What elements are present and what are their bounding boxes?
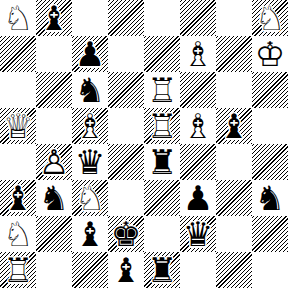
piece-black-bishop[interactable]: ♝♝	[108, 252, 144, 288]
white-rook-glyph: ♖	[0, 252, 36, 288]
square-h6[interactable]	[252, 72, 288, 108]
piece-white-bishop[interactable]: ♝♗	[180, 36, 216, 72]
square-e7[interactable]	[144, 36, 180, 72]
black-pawn-glyph: ♟	[180, 180, 216, 216]
square-a1[interactable]: ♜♖	[0, 252, 36, 288]
square-f8[interactable]	[180, 0, 216, 36]
piece-white-knight[interactable]: ♞♘	[252, 0, 288, 36]
square-h7[interactable]: ♚♔	[252, 36, 288, 72]
square-c6[interactable]: ♞♞	[72, 72, 108, 108]
white-king-glyph: ♔	[252, 36, 288, 72]
piece-white-pawn[interactable]: ♟♙	[36, 144, 72, 180]
square-g7[interactable]	[216, 36, 252, 72]
square-h2[interactable]	[252, 216, 288, 252]
square-c1[interactable]	[72, 252, 108, 288]
piece-black-pawn[interactable]: ♟♟	[180, 180, 216, 216]
square-h5[interactable]	[252, 108, 288, 144]
square-g1[interactable]	[216, 252, 252, 288]
white-rook-glyph: ♖	[144, 72, 180, 108]
chess-board: ♞♘♝♝♞♘♟♟♝♗♚♔♞♞♜♖♛♕♝♗♜♖♝♗♝♝♟♙♛♛♜♜♝♝♞♞♞♘♟♟…	[0, 0, 288, 288]
white-knight-glyph: ♘	[252, 0, 288, 36]
black-pawn-glyph: ♟	[72, 36, 108, 72]
piece-black-pawn[interactable]: ♟♟	[72, 36, 108, 72]
square-f3[interactable]: ♟♟	[180, 180, 216, 216]
piece-black-bishop[interactable]: ♝♝	[36, 0, 72, 36]
square-c5[interactable]: ♝♗	[72, 108, 108, 144]
piece-white-rook[interactable]: ♜♖	[144, 108, 180, 144]
piece-white-knight[interactable]: ♞♘	[0, 0, 36, 36]
square-f6[interactable]	[180, 72, 216, 108]
square-a4[interactable]	[0, 144, 36, 180]
square-d2[interactable]: ♚♚	[108, 216, 144, 252]
piece-white-rook[interactable]: ♜♖	[0, 252, 36, 288]
square-e8[interactable]	[144, 0, 180, 36]
square-d8[interactable]	[108, 0, 144, 36]
piece-black-king[interactable]: ♚♚	[108, 216, 144, 252]
square-b1[interactable]	[36, 252, 72, 288]
black-knight-glyph: ♞	[36, 180, 72, 216]
square-g3[interactable]	[216, 180, 252, 216]
white-bishop-glyph: ♗	[72, 108, 108, 144]
square-a7[interactable]	[0, 36, 36, 72]
square-e1[interactable]: ♜♜	[144, 252, 180, 288]
square-e5[interactable]: ♜♖	[144, 108, 180, 144]
square-e3[interactable]	[144, 180, 180, 216]
piece-white-king[interactable]: ♚♔	[252, 36, 288, 72]
black-queen-glyph: ♛	[72, 144, 108, 180]
square-f2[interactable]: ♛♛	[180, 216, 216, 252]
piece-white-queen[interactable]: ♛♕	[0, 108, 36, 144]
black-knight-glyph: ♞	[72, 72, 108, 108]
square-a6[interactable]	[0, 72, 36, 108]
square-c4[interactable]: ♛♛	[72, 144, 108, 180]
square-e2[interactable]	[144, 216, 180, 252]
square-d3[interactable]	[108, 180, 144, 216]
piece-black-rook[interactable]: ♜♜	[144, 252, 180, 288]
square-c8[interactable]	[72, 0, 108, 36]
square-f5[interactable]: ♝♗	[180, 108, 216, 144]
black-rook-glyph: ♜	[144, 252, 180, 288]
black-king-glyph: ♚	[108, 216, 144, 252]
square-b6[interactable]	[36, 72, 72, 108]
square-d1[interactable]: ♝♝	[108, 252, 144, 288]
piece-black-bishop[interactable]: ♝♝	[216, 108, 252, 144]
chess-diagram: ♞♘♝♝♞♘♟♟♝♗♚♔♞♞♜♖♛♕♝♗♜♖♝♗♝♝♟♙♛♛♜♜♝♝♞♞♞♘♟♟…	[0, 0, 288, 288]
white-knight-glyph: ♘	[0, 216, 36, 252]
square-b7[interactable]	[36, 36, 72, 72]
square-b3[interactable]: ♞♞	[36, 180, 72, 216]
piece-black-knight[interactable]: ♞♞	[36, 180, 72, 216]
piece-black-bishop[interactable]: ♝♝	[72, 216, 108, 252]
white-knight-glyph: ♘	[72, 180, 108, 216]
square-g5[interactable]: ♝♝	[216, 108, 252, 144]
square-h1[interactable]	[252, 252, 288, 288]
square-g2[interactable]	[216, 216, 252, 252]
piece-white-bishop[interactable]: ♝♗	[72, 108, 108, 144]
white-bishop-glyph: ♗	[180, 36, 216, 72]
square-h4[interactable]	[252, 144, 288, 180]
black-bishop-glyph: ♝	[108, 252, 144, 288]
white-knight-glyph: ♘	[0, 0, 36, 36]
black-bishop-glyph: ♝	[72, 216, 108, 252]
square-f4[interactable]	[180, 144, 216, 180]
square-d4[interactable]	[108, 144, 144, 180]
piece-white-knight[interactable]: ♞♘	[72, 180, 108, 216]
piece-black-knight[interactable]: ♞♞	[72, 72, 108, 108]
black-queen-glyph: ♛	[180, 216, 216, 252]
piece-white-knight[interactable]: ♞♘	[0, 216, 36, 252]
square-b4[interactable]: ♟♙	[36, 144, 72, 180]
piece-black-rook[interactable]: ♜♜	[144, 144, 180, 180]
black-bishop-glyph: ♝	[216, 108, 252, 144]
piece-black-knight[interactable]: ♞♞	[252, 180, 288, 216]
piece-black-queen[interactable]: ♛♛	[72, 144, 108, 180]
white-queen-glyph: ♕	[0, 108, 36, 144]
square-f1[interactable]	[180, 252, 216, 288]
square-c3[interactable]: ♞♘	[72, 180, 108, 216]
white-rook-glyph: ♖	[144, 108, 180, 144]
square-e4[interactable]: ♜♜	[144, 144, 180, 180]
square-c7[interactable]: ♟♟	[72, 36, 108, 72]
square-a3[interactable]: ♝♝	[0, 180, 36, 216]
piece-black-bishop[interactable]: ♝♝	[0, 180, 36, 216]
square-b5[interactable]	[36, 108, 72, 144]
square-a8[interactable]: ♞♘	[0, 0, 36, 36]
piece-white-rook[interactable]: ♜♖	[144, 72, 180, 108]
square-d5[interactable]	[108, 108, 144, 144]
white-pawn-glyph: ♙	[36, 144, 72, 180]
square-h3[interactable]: ♞♞	[252, 180, 288, 216]
square-h8[interactable]: ♞♘	[252, 0, 288, 36]
square-d6[interactable]	[108, 72, 144, 108]
square-f7[interactable]: ♝♗	[180, 36, 216, 72]
black-bishop-glyph: ♝	[36, 0, 72, 36]
square-g6[interactable]	[216, 72, 252, 108]
square-b8[interactable]: ♝♝	[36, 0, 72, 36]
square-a5[interactable]: ♛♕	[0, 108, 36, 144]
square-c2[interactable]: ♝♝	[72, 216, 108, 252]
piece-white-bishop[interactable]: ♝♗	[180, 108, 216, 144]
square-e6[interactable]: ♜♖	[144, 72, 180, 108]
square-d7[interactable]	[108, 36, 144, 72]
white-bishop-glyph: ♗	[180, 108, 216, 144]
square-b2[interactable]	[36, 216, 72, 252]
square-g8[interactable]	[216, 0, 252, 36]
black-knight-glyph: ♞	[252, 180, 288, 216]
piece-black-queen[interactable]: ♛♛	[180, 216, 216, 252]
square-a2[interactable]: ♞♘	[0, 216, 36, 252]
black-rook-glyph: ♜	[144, 144, 180, 180]
square-g4[interactable]	[216, 144, 252, 180]
black-bishop-glyph: ♝	[0, 180, 36, 216]
